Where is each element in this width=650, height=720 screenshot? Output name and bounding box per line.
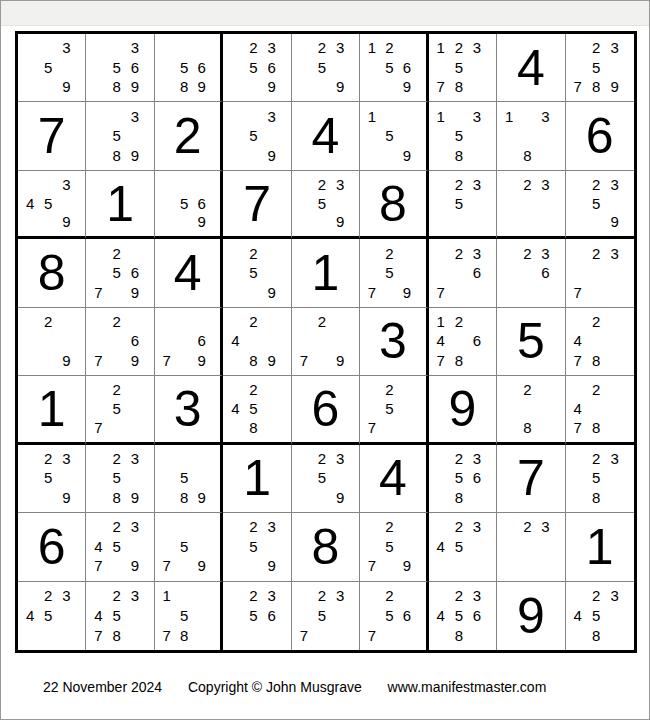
cell-r3c9[interactable]: 2359 <box>566 171 634 239</box>
pencil-marks: 2345 <box>429 513 496 580</box>
candidate-digit <box>500 380 518 399</box>
candidate-digit <box>89 126 107 145</box>
candidate-digit <box>432 556 450 575</box>
candidate-digit: 6 <box>468 605 486 625</box>
cell-r2c6[interactable]: 159 <box>360 102 428 170</box>
candidate-digit <box>518 106 536 125</box>
cell-r4c7[interactable]: 2367 <box>429 239 497 307</box>
candidate-digit <box>468 625 486 645</box>
candidate-digit <box>381 556 398 575</box>
candidate-digit: 3 <box>468 243 486 262</box>
cell-r2c8[interactable]: 138 <box>497 102 565 170</box>
cell-r4c6[interactable]: 2579 <box>360 239 428 307</box>
pencil-marks: 235789 <box>566 34 634 101</box>
cell-r5c9[interactable]: 2478 <box>566 308 634 376</box>
candidate-digit: 4 <box>21 194 39 213</box>
candidate-digit <box>587 399 605 418</box>
candidate-digit: 3 <box>536 517 554 536</box>
candidate-digit: 9 <box>398 556 415 575</box>
candidate-digit <box>158 38 175 57</box>
candidate-digit <box>175 175 192 194</box>
candidate-digit: 4 <box>432 537 450 556</box>
candidate-digit: 5 <box>39 194 57 213</box>
cell-r5c3[interactable]: 679 <box>155 308 223 376</box>
candidate-digit <box>398 126 415 145</box>
cell-r7c1[interactable]: 2359 <box>18 445 86 513</box>
candidate-digit <box>518 126 536 145</box>
candidate-digit <box>518 537 536 556</box>
candidate-digit <box>363 263 380 282</box>
candidate-digit <box>21 449 39 468</box>
candidate-digit: 2 <box>108 449 126 468</box>
cell-r1c7[interactable]: 123578 <box>429 34 497 102</box>
pencil-marks: 235 <box>429 171 496 236</box>
cell-r9c7[interactable]: 234568 <box>429 582 497 650</box>
cell-r8c1[interactable]: 6 <box>18 513 86 581</box>
candidate-digit <box>606 194 624 213</box>
cell-value: 7 <box>223 171 290 236</box>
candidate-digit: 6 <box>193 194 210 213</box>
candidate-digit: 5 <box>450 57 468 76</box>
candidate-digit <box>569 38 587 57</box>
candidate-digit <box>263 537 281 556</box>
cell-r5c1[interactable]: 29 <box>18 308 86 376</box>
candidate-digit <box>536 145 554 164</box>
cell-r7c5[interactable]: 2359 <box>292 445 360 513</box>
cell-r1c2[interactable]: 35689 <box>86 34 154 102</box>
cell-r6c2[interactable]: 257 <box>86 376 154 444</box>
candidate-digit <box>263 263 281 282</box>
cell-value: 6 <box>292 376 359 441</box>
cell-value: 3 <box>155 376 220 441</box>
cell-r8c6[interactable]: 2579 <box>360 513 428 581</box>
candidate-digit <box>450 213 468 232</box>
cell-r2c2[interactable]: 3589 <box>86 102 154 170</box>
candidate-digit <box>175 331 192 350</box>
cell-r5c6[interactable]: 3 <box>360 308 428 376</box>
cell-r4c3[interactable]: 4 <box>155 239 223 307</box>
candidate-digit: 3 <box>126 106 144 125</box>
cell-r7c7[interactable]: 23568 <box>429 445 497 513</box>
candidate-digit: 2 <box>450 38 468 57</box>
cell-r1c4[interactable]: 23569 <box>223 34 291 102</box>
candidate-digit <box>244 106 262 125</box>
candidate-digit <box>468 57 486 76</box>
candidate-digit <box>606 418 624 437</box>
candidate-digit: 5 <box>108 605 126 625</box>
candidate-digit: 4 <box>21 605 39 625</box>
pencil-marks: 2359 <box>292 171 359 236</box>
candidate-digit: 6 <box>468 331 486 350</box>
candidate-digit <box>500 418 518 437</box>
cell-r9c8[interactable]: 9 <box>497 582 565 650</box>
pencil-marks: 359 <box>223 102 290 169</box>
candidate-digit <box>295 586 313 606</box>
cell-r3c7[interactable]: 235 <box>429 171 497 239</box>
candidate-digit <box>331 312 349 331</box>
candidate-digit: 8 <box>587 488 605 507</box>
candidate-digit: 5 <box>39 605 57 625</box>
candidate-digit <box>295 213 313 232</box>
cell-r7c9[interactable]: 2358 <box>566 445 634 513</box>
cell-r5c4[interactable]: 2489 <box>223 308 291 376</box>
cell-r1c6[interactable]: 12569 <box>360 34 428 102</box>
candidate-digit <box>244 77 262 96</box>
candidate-digit: 9 <box>126 351 144 370</box>
cell-r6c6[interactable]: 257 <box>360 376 428 444</box>
candidate-digit <box>398 38 415 57</box>
candidate-digit <box>21 625 39 645</box>
candidate-digit: 2 <box>587 243 605 262</box>
candidate-digit <box>126 399 144 418</box>
candidate-digit <box>331 468 349 487</box>
cell-r4c1[interactable]: 8 <box>18 239 86 307</box>
candidate-digit <box>432 194 450 213</box>
cell-r3c5[interactable]: 2359 <box>292 171 360 239</box>
candidate-digit: 4 <box>432 605 450 625</box>
candidate-digit <box>606 380 624 399</box>
candidate-digit <box>450 282 468 301</box>
candidate-digit <box>175 213 192 232</box>
candidate-digit <box>193 175 210 194</box>
candidate-digit <box>21 77 39 96</box>
candidate-digit <box>606 331 624 350</box>
candidate-digit: 7 <box>363 418 380 437</box>
candidate-digit <box>158 537 175 556</box>
candidate-digit: 3 <box>468 517 486 536</box>
candidate-digit: 5 <box>244 605 262 625</box>
candidate-digit <box>263 418 281 437</box>
cell-r9c9[interactable]: 23458 <box>566 582 634 650</box>
candidate-digit <box>363 126 380 145</box>
cell-r7c2[interactable]: 23589 <box>86 445 154 513</box>
candidate-digit: 9 <box>126 556 144 575</box>
candidate-digit <box>518 213 536 232</box>
candidate-digit: 6 <box>468 468 486 487</box>
candidate-digit: 2 <box>518 517 536 536</box>
candidate-digit <box>313 213 331 232</box>
candidate-digit: 2 <box>39 586 57 606</box>
candidate-digit: 7 <box>432 351 450 370</box>
candidate-digit: 6 <box>193 57 210 76</box>
candidate-digit: 5 <box>39 468 57 487</box>
cell-r1c1[interactable]: 359 <box>18 34 86 102</box>
cell-r9c2[interactable]: 234578 <box>86 582 154 650</box>
candidate-digit <box>175 351 192 370</box>
candidate-digit <box>331 605 349 625</box>
candidate-digit <box>126 468 144 487</box>
candidate-digit <box>587 282 605 301</box>
candidate-digit <box>468 77 486 96</box>
cell-r8c5[interactable]: 8 <box>292 513 360 581</box>
candidate-digit <box>226 57 244 76</box>
candidate-digit <box>500 537 518 556</box>
candidate-digit <box>126 312 144 331</box>
cell-r7c4[interactable]: 1 <box>223 445 291 513</box>
candidate-digit <box>263 126 281 145</box>
candidate-digit: 2 <box>108 586 126 606</box>
cell-r5c5[interactable]: 279 <box>292 308 360 376</box>
candidate-digit: 7 <box>432 77 450 96</box>
cell-r9c4[interactable]: 2356 <box>223 582 291 650</box>
cell-r1c8[interactable]: 4 <box>497 34 565 102</box>
candidate-digit: 8 <box>175 77 192 96</box>
candidate-digit <box>158 175 175 194</box>
candidate-digit <box>468 351 486 370</box>
cell-r9c5[interactable]: 2357 <box>292 582 360 650</box>
pencil-marks: 1578 <box>155 582 220 650</box>
cell-r4c2[interactable]: 25679 <box>86 239 154 307</box>
cell-r5c8[interactable]: 5 <box>497 308 565 376</box>
candidate-digit: 9 <box>57 213 75 232</box>
cell-r5c7[interactable]: 124678 <box>429 308 497 376</box>
candidate-digit: 8 <box>175 625 192 645</box>
pencil-marks: 23 <box>497 513 564 580</box>
candidate-digit <box>226 77 244 96</box>
candidate-digit: 9 <box>126 488 144 507</box>
candidate-digit <box>126 418 144 437</box>
cell-r8c3[interactable]: 579 <box>155 513 223 581</box>
candidate-digit <box>606 282 624 301</box>
cell-r7c8[interactable]: 7 <box>497 445 565 513</box>
candidate-digit <box>363 243 380 262</box>
candidate-digit: 1 <box>500 106 518 125</box>
candidate-digit: 3 <box>126 38 144 57</box>
cell-r2c3[interactable]: 2 <box>155 102 223 170</box>
candidate-digit <box>450 556 468 575</box>
candidate-digit: 5 <box>108 468 126 487</box>
candidate-digit <box>569 243 587 262</box>
cell-value: 4 <box>155 239 220 306</box>
candidate-digit <box>587 213 605 232</box>
candidate-digit: 2 <box>587 449 605 468</box>
top-band <box>1 1 649 26</box>
cell-r2c1[interactable]: 7 <box>18 102 86 170</box>
candidate-digit: 7 <box>158 351 175 370</box>
cell-r7c3[interactable]: 589 <box>155 445 223 513</box>
candidate-digit <box>108 38 126 57</box>
candidate-digit: 3 <box>606 586 624 606</box>
cell-r4c5[interactable]: 1 <box>292 239 360 307</box>
candidate-digit <box>89 449 107 468</box>
cell-r6c3[interactable]: 3 <box>155 376 223 444</box>
candidate-digit <box>244 145 262 164</box>
cell-r8c8[interactable]: 23 <box>497 513 565 581</box>
candidate-digit: 9 <box>193 213 210 232</box>
candidate-digit: 7 <box>89 556 107 575</box>
candidate-digit <box>21 488 39 507</box>
cell-r1c3[interactable]: 5689 <box>155 34 223 102</box>
candidate-digit <box>108 282 126 301</box>
cell-r3c3[interactable]: 569 <box>155 171 223 239</box>
cell-r6c5[interactable]: 6 <box>292 376 360 444</box>
cell-r2c5[interactable]: 4 <box>292 102 360 170</box>
candidate-digit <box>126 537 144 556</box>
cell-r4c9[interactable]: 237 <box>566 239 634 307</box>
candidate-digit: 5 <box>450 537 468 556</box>
candidate-digit <box>226 126 244 145</box>
candidate-digit: 5 <box>313 468 331 487</box>
cell-r1c9[interactable]: 235789 <box>566 34 634 102</box>
candidate-digit: 1 <box>363 38 380 57</box>
candidate-digit <box>313 351 331 370</box>
candidate-digit: 3 <box>126 517 144 536</box>
candidate-digit: 3 <box>331 586 349 606</box>
candidate-digit <box>158 77 175 96</box>
candidate-digit: 7 <box>569 351 587 370</box>
candidate-digit: 7 <box>295 351 313 370</box>
cell-r8c9[interactable]: 1 <box>566 513 634 581</box>
candidate-digit <box>39 625 57 645</box>
candidate-digit <box>432 175 450 194</box>
pencil-marks: 159 <box>360 102 425 169</box>
candidate-digit: 9 <box>331 351 349 370</box>
candidate-digit <box>587 263 605 282</box>
candidate-digit <box>295 57 313 76</box>
cell-r6c1[interactable]: 1 <box>18 376 86 444</box>
candidate-digit: 6 <box>536 263 554 282</box>
candidate-digit <box>468 537 486 556</box>
candidate-digit: 2 <box>381 517 398 536</box>
candidate-digit <box>295 38 313 57</box>
candidate-digit: 9 <box>126 282 144 301</box>
candidate-digit: 5 <box>244 399 262 418</box>
cell-r8c7[interactable]: 2345 <box>429 513 497 581</box>
candidate-digit: 3 <box>606 243 624 262</box>
candidate-digit: 5 <box>381 126 398 145</box>
cell-r6c7[interactable]: 9 <box>429 376 497 444</box>
candidate-digit: 9 <box>193 77 210 96</box>
candidate-digit <box>606 263 624 282</box>
candidate-digit: 4 <box>569 605 587 625</box>
cell-r9c3[interactable]: 1578 <box>155 582 223 650</box>
candidate-digit <box>500 145 518 164</box>
candidate-digit <box>226 38 244 57</box>
cell-r9c6[interactable]: 2567 <box>360 582 428 650</box>
candidate-digit: 6 <box>263 57 281 76</box>
pencil-marks: 234568 <box>429 582 496 650</box>
candidate-digit: 6 <box>398 57 415 76</box>
cell-value: 1 <box>292 239 359 306</box>
candidate-digit: 7 <box>363 556 380 575</box>
candidate-digit: 7 <box>158 625 175 645</box>
cell-r8c4[interactable]: 2359 <box>223 513 291 581</box>
candidate-digit <box>244 625 262 645</box>
candidate-digit: 7 <box>89 625 107 645</box>
candidate-digit: 9 <box>398 77 415 96</box>
candidate-digit <box>468 312 486 331</box>
cell-r6c8[interactable]: 28 <box>497 376 565 444</box>
cell-r4c4[interactable]: 259 <box>223 239 291 307</box>
candidate-digit: 2 <box>587 312 605 331</box>
candidate-digit: 1 <box>432 38 450 57</box>
candidate-digit: 5 <box>587 57 605 76</box>
candidate-digit: 5 <box>450 194 468 213</box>
candidate-digit <box>263 399 281 418</box>
candidate-digit: 9 <box>263 77 281 96</box>
cell-r7c6[interactable]: 4 <box>360 445 428 513</box>
candidate-digit: 2 <box>381 243 398 262</box>
candidate-digit <box>398 517 415 536</box>
cell-r9c1[interactable]: 2345 <box>18 582 86 650</box>
cell-r4c8[interactable]: 236 <box>497 239 565 307</box>
candidate-digit <box>331 57 349 76</box>
footer-copyright: Copyright © John Musgrave <box>188 679 362 695</box>
candidate-digit: 2 <box>450 586 468 606</box>
candidate-digit <box>263 380 281 399</box>
candidate-digit <box>468 556 486 575</box>
candidate-digit: 9 <box>126 145 144 164</box>
candidate-digit <box>263 331 281 350</box>
candidate-digit <box>226 243 244 262</box>
candidate-digit <box>536 418 554 437</box>
candidate-digit <box>500 213 518 232</box>
candidate-digit: 2 <box>313 449 331 468</box>
candidate-digit <box>398 586 415 606</box>
candidate-digit <box>226 351 244 370</box>
cell-r5c2[interactable]: 2679 <box>86 308 154 376</box>
candidate-digit: 8 <box>175 488 192 507</box>
pencil-marks: 257 <box>86 376 153 441</box>
cell-r8c2[interactable]: 234579 <box>86 513 154 581</box>
candidate-digit: 2 <box>381 586 398 606</box>
cell-r3c6[interactable]: 8 <box>360 171 428 239</box>
candidate-digit <box>536 399 554 418</box>
pencil-marks: 2358 <box>566 445 634 512</box>
pencil-marks: 29 <box>18 308 85 375</box>
candidate-digit: 6 <box>193 331 210 350</box>
candidate-digit: 5 <box>175 194 192 213</box>
candidate-digit: 3 <box>57 449 75 468</box>
pencil-marks: 3459 <box>18 171 85 236</box>
candidate-digit <box>108 418 126 437</box>
cell-r2c7[interactable]: 1358 <box>429 102 497 170</box>
pencil-marks: 234579 <box>86 513 153 580</box>
cell-r6c9[interactable]: 2478 <box>566 376 634 444</box>
candidate-digit <box>39 331 57 350</box>
candidate-digit <box>569 263 587 282</box>
cell-r6c4[interactable]: 2458 <box>223 376 291 444</box>
cell-r1c5[interactable]: 2359 <box>292 34 360 102</box>
candidate-digit: 3 <box>263 38 281 57</box>
pencil-marks: 2579 <box>360 513 425 580</box>
cell-r3c4[interactable]: 7 <box>223 171 291 239</box>
candidate-digit <box>158 213 175 232</box>
candidate-digit: 9 <box>57 77 75 96</box>
cell-r3c1[interactable]: 3459 <box>18 171 86 239</box>
pencil-marks: 3589 <box>86 102 153 169</box>
pencil-marks: 234578 <box>86 582 153 650</box>
candidate-digit: 4 <box>569 331 587 350</box>
candidate-digit <box>432 586 450 606</box>
candidate-digit <box>518 399 536 418</box>
cell-value: 8 <box>18 239 85 306</box>
cell-r2c4[interactable]: 359 <box>223 102 291 170</box>
candidate-digit <box>21 175 39 194</box>
pencil-marks: 236 <box>497 239 564 306</box>
candidate-digit <box>432 468 450 487</box>
candidate-digit: 2 <box>587 380 605 399</box>
candidate-digit: 8 <box>108 77 126 96</box>
cell-value: 4 <box>360 445 425 512</box>
cell-r3c2[interactable]: 1 <box>86 171 154 239</box>
candidate-digit <box>226 380 244 399</box>
pencil-marks: 12569 <box>360 34 425 101</box>
candidate-digit <box>21 312 39 331</box>
cell-r3c8[interactable]: 23 <box>497 171 565 239</box>
candidate-digit <box>89 331 107 350</box>
cell-r2c9[interactable]: 6 <box>566 102 634 170</box>
